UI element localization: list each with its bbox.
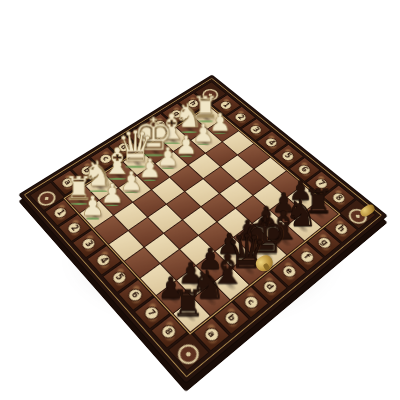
coordinate-label: b (223, 310, 240, 326)
coordinate-label: 8 (160, 323, 178, 339)
coordinate-label: 7 (143, 305, 160, 321)
coordinate-label: 3 (249, 124, 263, 135)
coordinate-label: 6 (297, 163, 312, 175)
board-tilt: 12345678 12345678 hgfedcba hgfedcba ♜♟♟♜… (20, 75, 387, 382)
coordinate-label: 2 (234, 112, 248, 122)
chess-board: 12345678 12345678 hgfedcba hgfedcba ♜♟♟♜… (20, 75, 387, 382)
scene: 12345678 12345678 hgfedcba hgfedcba ♜♟♟♜… (0, 0, 400, 400)
coordinate-label: 8 (331, 191, 347, 203)
product-photo-stage: 12345678 12345678 hgfedcba hgfedcba ♜♟♟♜… (0, 0, 400, 400)
coordinate-label: 5 (281, 150, 296, 161)
coordinate-label: 4 (265, 137, 280, 148)
